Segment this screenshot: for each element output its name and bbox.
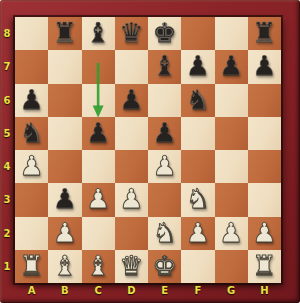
square-h8[interactable]: ♜ bbox=[248, 17, 281, 50]
piece-black-king[interactable]: ♚ bbox=[148, 17, 181, 50]
rank-label-6: 6 bbox=[0, 84, 14, 117]
file-label-g: G bbox=[215, 283, 248, 301]
piece-black-bishop[interactable]: ♝ bbox=[82, 17, 115, 50]
square-h1[interactable]: ♜ bbox=[248, 250, 281, 283]
square-g2[interactable]: ♟ bbox=[215, 217, 248, 250]
piece-black-queen[interactable]: ♛ bbox=[115, 17, 148, 50]
piece-white-knight[interactable]: ♞ bbox=[148, 217, 181, 250]
square-f4[interactable] bbox=[181, 150, 214, 183]
piece-black-pawn[interactable]: ♟ bbox=[48, 183, 81, 216]
square-c6[interactable] bbox=[82, 84, 115, 117]
square-f5[interactable] bbox=[181, 117, 214, 150]
square-f6[interactable]: ♞ bbox=[181, 84, 214, 117]
square-d1[interactable]: ♛ bbox=[115, 250, 148, 283]
square-a3[interactable] bbox=[15, 183, 48, 216]
square-d7[interactable] bbox=[115, 50, 148, 83]
square-a4[interactable]: ♟ bbox=[15, 150, 48, 183]
square-h6[interactable] bbox=[248, 84, 281, 117]
square-g6[interactable] bbox=[215, 84, 248, 117]
piece-white-pawn[interactable]: ♟ bbox=[248, 217, 281, 250]
piece-black-pawn[interactable]: ♟ bbox=[82, 117, 115, 150]
square-e2[interactable]: ♞ bbox=[148, 217, 181, 250]
square-e1[interactable]: ♚ bbox=[148, 250, 181, 283]
square-e4[interactable]: ♟ bbox=[148, 150, 181, 183]
square-b7[interactable] bbox=[48, 50, 81, 83]
square-f2[interactable]: ♟ bbox=[181, 217, 214, 250]
square-d8[interactable]: ♛ bbox=[115, 17, 148, 50]
rank-label-3: 3 bbox=[0, 183, 14, 216]
file-label-a: A bbox=[15, 283, 48, 301]
piece-black-pawn[interactable]: ♟ bbox=[148, 117, 181, 150]
square-b1[interactable]: ♝ bbox=[48, 250, 81, 283]
square-g7[interactable]: ♟ bbox=[215, 50, 248, 83]
square-b6[interactable] bbox=[48, 84, 81, 117]
square-d6[interactable]: ♟ bbox=[115, 84, 148, 117]
square-e6[interactable] bbox=[148, 84, 181, 117]
square-g1[interactable] bbox=[215, 250, 248, 283]
file-label-d: D bbox=[115, 283, 148, 301]
piece-white-pawn[interactable]: ♟ bbox=[82, 183, 115, 216]
square-e3[interactable] bbox=[148, 183, 181, 216]
piece-white-rook[interactable]: ♜ bbox=[248, 250, 281, 283]
piece-black-pawn[interactable]: ♟ bbox=[215, 50, 248, 83]
piece-black-knight[interactable]: ♞ bbox=[15, 117, 48, 150]
square-c4[interactable] bbox=[82, 150, 115, 183]
file-label-f: F bbox=[181, 283, 214, 301]
rank-label-4: 4 bbox=[0, 150, 14, 183]
square-d5[interactable] bbox=[115, 117, 148, 150]
square-c1[interactable]: ♝ bbox=[82, 250, 115, 283]
file-label-b: B bbox=[48, 283, 81, 301]
square-c2[interactable] bbox=[82, 217, 115, 250]
square-a2[interactable] bbox=[15, 217, 48, 250]
file-label-h: H bbox=[248, 283, 281, 301]
square-h2[interactable]: ♟ bbox=[248, 217, 281, 250]
square-g3[interactable] bbox=[215, 183, 248, 216]
square-f3[interactable]: ♞ bbox=[181, 183, 214, 216]
square-d3[interactable]: ♟ bbox=[115, 183, 148, 216]
square-f7[interactable]: ♟ bbox=[181, 50, 214, 83]
piece-white-rook[interactable]: ♜ bbox=[15, 250, 48, 283]
board-grid[interactable]: ♜♝♛♚♜♝♟♟♟♟♟♞♞♟♟♟♟♟♟♟♞♟♞♟♟♟♜♝♝♛♚♜ bbox=[15, 17, 281, 283]
piece-white-king[interactable]: ♚ bbox=[148, 250, 181, 283]
piece-black-bishop[interactable]: ♝ bbox=[148, 50, 181, 83]
rank-label-1: 1 bbox=[0, 250, 14, 283]
square-b8[interactable]: ♜ bbox=[48, 17, 81, 50]
square-b3[interactable]: ♟ bbox=[48, 183, 81, 216]
rank-label-2: 2 bbox=[0, 217, 14, 250]
square-a7[interactable] bbox=[15, 50, 48, 83]
square-c5[interactable]: ♟ bbox=[82, 117, 115, 150]
piece-black-pawn[interactable]: ♟ bbox=[181, 50, 214, 83]
square-b4[interactable] bbox=[48, 150, 81, 183]
square-g5[interactable] bbox=[215, 117, 248, 150]
square-b5[interactable] bbox=[48, 117, 81, 150]
square-h7[interactable]: ♟ bbox=[248, 50, 281, 83]
square-g8[interactable] bbox=[215, 17, 248, 50]
square-e5[interactable]: ♟ bbox=[148, 117, 181, 150]
square-f8[interactable] bbox=[181, 17, 214, 50]
square-e8[interactable]: ♚ bbox=[148, 17, 181, 50]
piece-white-bishop[interactable]: ♝ bbox=[48, 250, 81, 283]
rank-label-8: 8 bbox=[0, 17, 14, 50]
square-a5[interactable]: ♞ bbox=[15, 117, 48, 150]
piece-black-rook[interactable]: ♜ bbox=[248, 17, 281, 50]
piece-black-rook[interactable]: ♜ bbox=[48, 17, 81, 50]
rank-label-7: 7 bbox=[0, 50, 14, 83]
piece-white-knight[interactable]: ♞ bbox=[181, 183, 214, 216]
square-h5[interactable] bbox=[248, 117, 281, 150]
square-a1[interactable]: ♜ bbox=[15, 250, 48, 283]
piece-black-pawn[interactable]: ♟ bbox=[15, 84, 48, 117]
piece-black-pawn[interactable]: ♟ bbox=[115, 84, 148, 117]
piece-white-pawn[interactable]: ♟ bbox=[15, 150, 48, 183]
piece-white-pawn[interactable]: ♟ bbox=[215, 217, 248, 250]
piece-white-pawn[interactable]: ♟ bbox=[115, 183, 148, 216]
piece-white-pawn[interactable]: ♟ bbox=[181, 217, 214, 250]
piece-white-bishop[interactable]: ♝ bbox=[82, 250, 115, 283]
file-label-c: C bbox=[82, 283, 115, 301]
square-h3[interactable] bbox=[248, 183, 281, 216]
square-c8[interactable]: ♝ bbox=[82, 17, 115, 50]
square-e7[interactable]: ♝ bbox=[148, 50, 181, 83]
rank-label-5: 5 bbox=[0, 117, 14, 150]
piece-black-pawn[interactable]: ♟ bbox=[248, 50, 281, 83]
square-b2[interactable]: ♟ bbox=[48, 217, 81, 250]
square-d2[interactable] bbox=[115, 217, 148, 250]
square-h4[interactable] bbox=[248, 150, 281, 183]
square-a6[interactable]: ♟ bbox=[15, 84, 48, 117]
piece-white-queen[interactable]: ♛ bbox=[115, 250, 148, 283]
piece-black-knight[interactable]: ♞ bbox=[181, 84, 214, 117]
square-f1[interactable] bbox=[181, 250, 214, 283]
file-label-e: E bbox=[148, 283, 181, 301]
square-a8[interactable] bbox=[15, 17, 48, 50]
square-c7[interactable] bbox=[82, 50, 115, 83]
piece-white-pawn[interactable]: ♟ bbox=[148, 150, 181, 183]
chess-board-window: ♜♝♛♚♜♝♟♟♟♟♟♞♞♟♟♟♟♟♟♟♞♟♞♟♟♟♜♝♝♛♚♜ 8765432… bbox=[0, 0, 300, 303]
square-g4[interactable] bbox=[215, 150, 248, 183]
square-c3[interactable]: ♟ bbox=[82, 183, 115, 216]
square-d4[interactable] bbox=[115, 150, 148, 183]
piece-white-pawn[interactable]: ♟ bbox=[48, 217, 81, 250]
